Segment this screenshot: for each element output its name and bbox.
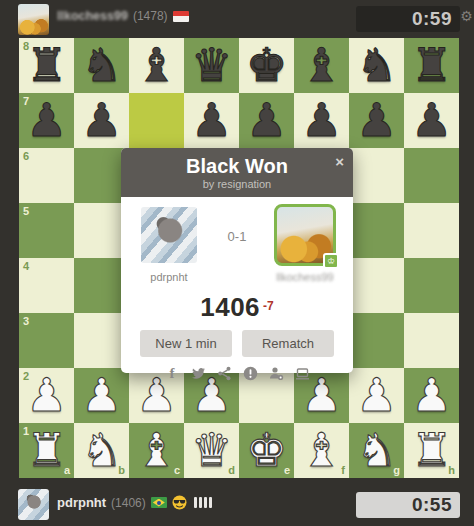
new-rating: 1406 (200, 292, 260, 322)
square-f7[interactable]: ♟ (294, 93, 349, 148)
square-g2[interactable]: ♟ (349, 368, 404, 423)
winner-name: llkochess99 (257, 271, 353, 283)
modal-body: pdrpnht 0-1 ♔ llkochess99 1406-7 New 1 m… (121, 197, 353, 381)
square-h1[interactable]: h♜ (404, 423, 459, 478)
square-a7[interactable]: 7♟ (19, 93, 74, 148)
white-queen-d1[interactable]: ♛ (184, 423, 239, 478)
loser-block: pdrpnht (121, 207, 217, 283)
modal-header: Black Won by resignation × (121, 148, 353, 197)
black-rook-h8[interactable]: ♜ (404, 38, 459, 93)
black-knight-g8[interactable]: ♞ (349, 38, 404, 93)
black-pawn-g7[interactable]: ♟ (349, 93, 404, 148)
top-player-avatar[interactable] (18, 4, 49, 35)
rank-label-3: 3 (23, 316, 29, 327)
black-bishop-c8[interactable]: ♝ (129, 38, 184, 93)
bottom-player-rating: (1406) (111, 496, 146, 510)
connection-bars-icon (194, 497, 212, 508)
white-knight-g1[interactable]: ♞ (349, 423, 404, 478)
square-b1[interactable]: b♞ (74, 423, 129, 478)
close-icon[interactable]: × (335, 154, 344, 169)
square-b8[interactable]: ♞ (74, 38, 129, 93)
square-h3[interactable] (404, 313, 459, 368)
square-c8[interactable]: ♝ (129, 38, 184, 93)
indonesia-flag-icon (173, 11, 189, 22)
top-player-rating: (1478) (133, 9, 168, 23)
square-g8[interactable]: ♞ (349, 38, 404, 93)
square-h5[interactable] (404, 203, 459, 258)
black-bishop-f8[interactable]: ♝ (294, 38, 349, 93)
chess-app: llkochess99 (1478) 0:59 ⚙ 8♜♞♝♛♚♝♞♜7♟♟♟♟… (0, 0, 474, 526)
square-f1[interactable]: f♝ (294, 423, 349, 478)
new-game-button[interactable]: New 1 min (140, 330, 232, 357)
white-pawn-h2[interactable]: ♟ (404, 368, 459, 423)
square-b7[interactable]: ♟ (74, 93, 129, 148)
white-bishop-f1[interactable]: ♝ (294, 423, 349, 478)
share-icon[interactable] (217, 366, 232, 381)
white-rook-h1[interactable]: ♜ (404, 423, 459, 478)
square-h6[interactable] (404, 148, 459, 203)
square-g5[interactable] (349, 203, 404, 258)
black-pawn-a7[interactable]: ♟ (19, 93, 74, 148)
computer-icon[interactable] (295, 366, 310, 381)
square-d7[interactable]: ♟ (184, 93, 239, 148)
square-d8[interactable]: ♛ (184, 38, 239, 93)
result-title: Black Won (121, 155, 353, 177)
winner-block: ♔ llkochess99 (257, 207, 353, 283)
square-e8[interactable]: ♚ (239, 38, 294, 93)
square-h2[interactable]: ♟ (404, 368, 459, 423)
square-e1[interactable]: e♚ (239, 423, 294, 478)
square-g4[interactable] (349, 258, 404, 313)
black-pawn-h7[interactable]: ♟ (404, 93, 459, 148)
rating-change: -7 (263, 299, 274, 313)
square-c1[interactable]: c♝ (129, 423, 184, 478)
square-g1[interactable]: g♞ (349, 423, 404, 478)
square-c7[interactable] (129, 93, 184, 148)
winner-avatar[interactable]: ♔ (277, 207, 333, 263)
square-g7[interactable]: ♟ (349, 93, 404, 148)
facebook-icon[interactable]: f (165, 366, 180, 381)
bottom-player-clock: 0:55 (356, 492, 460, 518)
square-f8[interactable]: ♝ (294, 38, 349, 93)
sunglasses-emoji-icon (172, 495, 187, 510)
bottom-player-name[interactable]: pdrpnht (57, 495, 106, 510)
square-e7[interactable]: ♟ (239, 93, 294, 148)
loser-avatar[interactable] (141, 207, 197, 263)
winner-king-badge-icon: ♔ (323, 253, 339, 269)
rank-label-6: 6 (23, 151, 29, 162)
square-h4[interactable] (404, 258, 459, 313)
rematch-button[interactable]: Rematch (242, 330, 334, 357)
square-h8[interactable]: ♜ (404, 38, 459, 93)
bottom-player-avatar[interactable] (18, 489, 49, 520)
square-a2[interactable]: 2♟ (19, 368, 74, 423)
game-over-modal: Black Won by resignation × pdrpnht 0-1 ♔… (121, 148, 353, 373)
top-player-bar: llkochess99 (1478) 0:59 ⚙ (0, 0, 474, 38)
rank-label-5: 5 (23, 206, 29, 217)
square-a3[interactable]: 3 (19, 313, 74, 368)
white-pawn-a2[interactable]: ♟ (19, 368, 74, 423)
white-knight-b1[interactable]: ♞ (74, 423, 129, 478)
square-g3[interactable] (349, 313, 404, 368)
black-pawn-b7[interactable]: ♟ (74, 93, 129, 148)
top-player-name[interactable]: llkochess99 (57, 9, 128, 23)
twitter-icon[interactable] (191, 366, 206, 381)
gear-icon[interactable]: ⚙ (460, 8, 473, 24)
result-subtitle: by resignation (121, 178, 353, 190)
square-a1[interactable]: 1a♜ (19, 423, 74, 478)
square-a4[interactable]: 4 (19, 258, 74, 313)
rank-label-4: 4 (23, 261, 29, 272)
bottom-player-bar: pdrpnht (1406) 0:55 (0, 486, 474, 526)
square-g6[interactable] (349, 148, 404, 203)
white-bishop-c1[interactable]: ♝ (129, 423, 184, 478)
black-pawn-f7[interactable]: ♟ (294, 93, 349, 148)
challenge-icon[interactable] (269, 366, 284, 381)
white-pawn-g2[interactable]: ♟ (349, 368, 404, 423)
score-text: 0-1 (217, 229, 257, 244)
black-queen-d8[interactable]: ♛ (184, 38, 239, 93)
black-king-e8[interactable]: ♚ (239, 38, 294, 93)
square-h7[interactable]: ♟ (404, 93, 459, 148)
black-knight-b8[interactable]: ♞ (74, 38, 129, 93)
black-rook-a8[interactable]: ♜ (19, 38, 74, 93)
loser-name: pdrpnht (121, 271, 217, 283)
report-icon[interactable] (243, 366, 258, 381)
brazil-flag-icon (151, 497, 167, 508)
black-pawn-e7[interactable]: ♟ (239, 93, 294, 148)
square-d1[interactable]: d♛ (184, 423, 239, 478)
square-a5[interactable]: 5 (19, 203, 74, 258)
white-rook-a1[interactable]: ♜ (19, 423, 74, 478)
black-pawn-d7[interactable]: ♟ (184, 93, 239, 148)
top-player-clock: 0:59 (356, 6, 460, 32)
white-king-e1[interactable]: ♚ (239, 423, 294, 478)
share-row: f (121, 366, 353, 381)
square-a6[interactable]: 6 (19, 148, 74, 203)
square-a8[interactable]: 8♜ (19, 38, 74, 93)
